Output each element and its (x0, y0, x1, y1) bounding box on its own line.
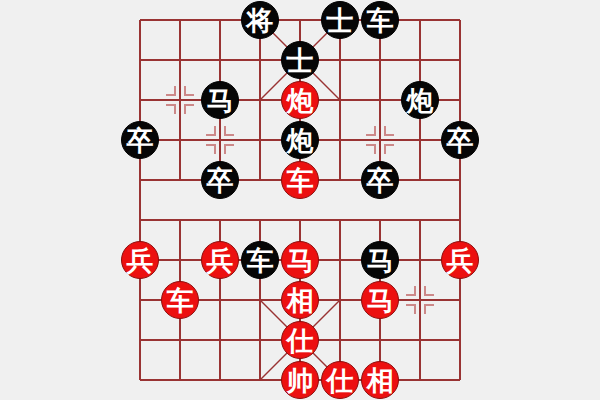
point-marker (166, 86, 175, 95)
point-marker (385, 126, 394, 135)
point-marker (225, 145, 234, 154)
piece-red-cannon[interactable]: 炮 (281, 81, 319, 119)
piece-black-cannon[interactable]: 炮 (281, 121, 319, 159)
piece-red-soldier[interactable]: 兵 (441, 241, 479, 279)
point-marker (185, 105, 194, 114)
point-marker (166, 105, 175, 114)
point-marker (406, 305, 415, 314)
piece-black-general[interactable]: 将 (241, 1, 279, 39)
piece-red-elephant[interactable]: 相 (281, 281, 319, 319)
piece-black-soldier[interactable]: 卒 (201, 161, 239, 199)
piece-red-advisor[interactable]: 仕 (321, 361, 359, 399)
piece-red-horse[interactable]: 马 (361, 281, 399, 319)
piece-black-soldier[interactable]: 卒 (441, 121, 479, 159)
piece-red-elephant[interactable]: 相 (361, 361, 399, 399)
piece-black-soldier[interactable]: 卒 (121, 121, 159, 159)
point-marker (406, 286, 415, 295)
piece-black-horse[interactable]: 马 (361, 241, 399, 279)
point-marker (425, 286, 434, 295)
point-marker (366, 126, 375, 135)
point-marker (366, 145, 375, 154)
point-marker (206, 126, 215, 135)
piece-black-chariot[interactable]: 车 (361, 1, 399, 39)
piece-black-soldier[interactable]: 卒 (361, 161, 399, 199)
piece-red-soldier[interactable]: 兵 (201, 241, 239, 279)
piece-black-chariot[interactable]: 车 (241, 241, 279, 279)
piece-red-general[interactable]: 帅 (281, 361, 319, 399)
xiangqi-app: 将士车士马炮炮卒炮卒卒车卒兵兵车马马兵车相马仕帅仕相 (0, 0, 600, 400)
piece-black-cannon[interactable]: 炮 (401, 81, 439, 119)
point-marker (206, 145, 215, 154)
piece-red-advisor[interactable]: 仕 (281, 321, 319, 359)
piece-red-horse[interactable]: 马 (281, 241, 319, 279)
point-marker (425, 305, 434, 314)
piece-red-chariot[interactable]: 车 (161, 281, 199, 319)
point-marker (185, 86, 194, 95)
piece-black-horse[interactable]: 马 (201, 81, 239, 119)
point-marker (385, 145, 394, 154)
point-marker (225, 126, 234, 135)
piece-red-chariot[interactable]: 车 (281, 161, 319, 199)
piece-black-advisor[interactable]: 士 (321, 1, 359, 39)
piece-red-soldier[interactable]: 兵 (121, 241, 159, 279)
piece-black-advisor[interactable]: 士 (281, 41, 319, 79)
